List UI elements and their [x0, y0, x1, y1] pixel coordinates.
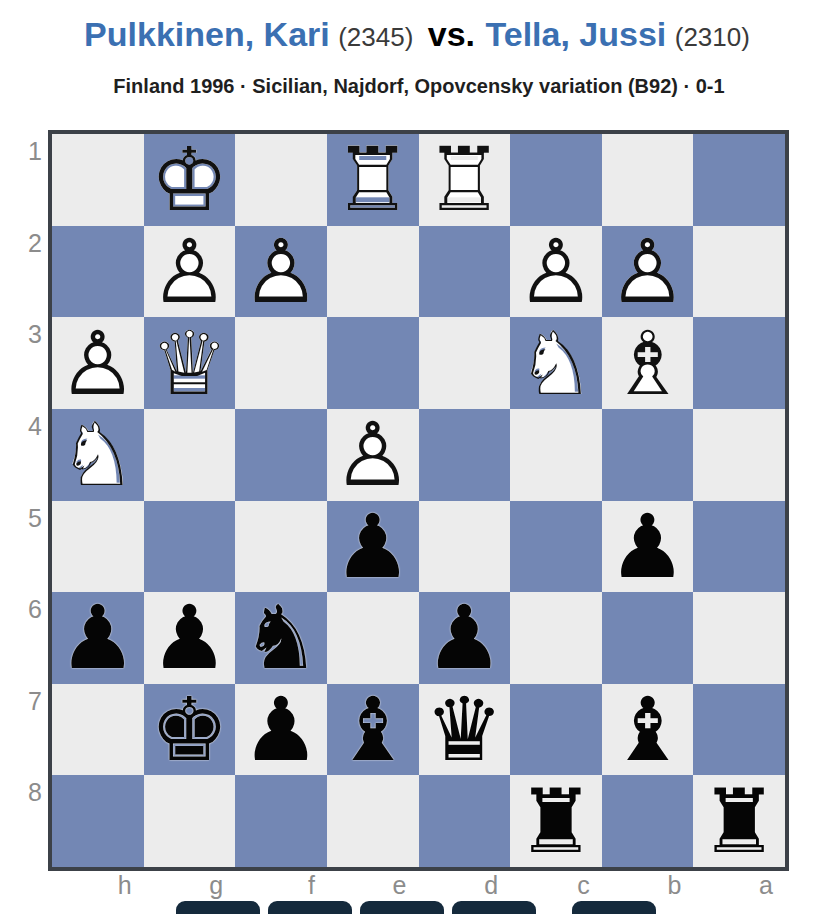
- rank-labels: 12345678: [0, 134, 42, 867]
- square-e5: ♟: [327, 501, 419, 593]
- rank-label-2: 2: [0, 226, 42, 318]
- square-b1: [602, 134, 694, 226]
- white-pawn-h3-icon: ♟♙: [52, 317, 144, 409]
- file-label-g: g: [144, 872, 236, 900]
- square-f1: [235, 134, 327, 226]
- white-pawn-c2-icon: ♟♙: [510, 226, 602, 318]
- black-pawn-b5-icon: ♟: [602, 501, 694, 593]
- rank-label-3: 3: [0, 317, 42, 409]
- square-c2: ♟♙: [510, 226, 602, 318]
- square-g7: ♚: [144, 684, 236, 776]
- nav-button-2[interactable]: [268, 901, 352, 914]
- file-label-f: f: [235, 872, 327, 900]
- square-e8: [327, 775, 419, 867]
- file-labels: hgfedcba: [52, 872, 785, 900]
- white-rook-e1-icon: ♜♖: [327, 134, 419, 226]
- white-pawn-f2-icon: ♟♙: [235, 226, 327, 318]
- square-h1: [52, 134, 144, 226]
- square-h3: ♟♙: [52, 317, 144, 409]
- rank-label-8: 8: [0, 775, 42, 867]
- square-b3: ♝♗: [602, 317, 694, 409]
- black-rook-a8-icon: ♜: [693, 775, 785, 867]
- square-d8: [419, 775, 511, 867]
- white-bishop-b3-icon: ♝♗: [602, 317, 694, 409]
- square-a4: [693, 409, 785, 501]
- square-h6: ♟: [52, 592, 144, 684]
- square-d5: [419, 501, 511, 593]
- game-subtitle: Finland 1996 · Sicilian, Najdorf, Opovce…: [0, 72, 838, 100]
- white-pawn-e4-icon: ♟♙: [327, 409, 419, 501]
- black-player-rating: (2310): [675, 22, 750, 52]
- rank-label-6: 6: [0, 592, 42, 684]
- rank-label-7: 7: [0, 684, 42, 776]
- black-knight-f6-icon: ♞: [235, 592, 327, 684]
- square-e1: ♜♖: [327, 134, 419, 226]
- square-d7: ♛: [419, 684, 511, 776]
- square-g6: ♟: [144, 592, 236, 684]
- black-king-g7-icon: ♚: [144, 684, 236, 776]
- black-bishop-b7-icon: ♝: [602, 684, 694, 776]
- square-f2: ♟♙: [235, 226, 327, 318]
- file-label-c: c: [510, 872, 602, 900]
- square-b2: ♟♙: [602, 226, 694, 318]
- white-queen-g3-icon: ♛♕: [144, 317, 236, 409]
- square-f5: [235, 501, 327, 593]
- square-f7: ♟: [235, 684, 327, 776]
- white-king-g1-icon: ♚♔: [144, 134, 236, 226]
- square-c7: [510, 684, 602, 776]
- square-g1: ♚♔: [144, 134, 236, 226]
- square-e3: [327, 317, 419, 409]
- black-player-name: Tella, Jussi: [486, 15, 667, 53]
- square-f8: [235, 775, 327, 867]
- square-h7: [52, 684, 144, 776]
- square-h4: ♞♘: [52, 409, 144, 501]
- square-a5: [693, 501, 785, 593]
- square-a3: [693, 317, 785, 409]
- vs-label: vs.: [428, 15, 475, 53]
- square-e7: ♝: [327, 684, 419, 776]
- square-e6: [327, 592, 419, 684]
- white-player-rating: (2345): [338, 22, 413, 52]
- square-h2: [52, 226, 144, 318]
- square-b5: ♟: [602, 501, 694, 593]
- rank-label-4: 4: [0, 409, 42, 501]
- square-b6: [602, 592, 694, 684]
- file-label-d: d: [419, 872, 511, 900]
- rank-label-1: 1: [0, 134, 42, 226]
- chess-board: ♚♔♜♖♜♖♟♙♟♙♟♙♟♙♟♙♛♕♞♘♝♗♞♘♟♙♟♟♟♟♞♟♚♟♝♛♝♜♜: [48, 130, 789, 871]
- nav-button-1[interactable]: [176, 901, 260, 914]
- square-c8: ♜: [510, 775, 602, 867]
- black-pawn-f7-icon: ♟: [235, 684, 327, 776]
- square-g5: [144, 501, 236, 593]
- square-b8: [602, 775, 694, 867]
- black-bishop-e7-icon: ♝: [327, 684, 419, 776]
- file-label-a: a: [693, 872, 785, 900]
- square-a1: [693, 134, 785, 226]
- black-pawn-d6-icon: ♟: [419, 592, 511, 684]
- square-a2: [693, 226, 785, 318]
- square-c3: ♞♘: [510, 317, 602, 409]
- file-label-e: e: [327, 872, 419, 900]
- file-label-h: h: [52, 872, 144, 900]
- square-h8: [52, 775, 144, 867]
- square-d4: [419, 409, 511, 501]
- nav-button-5[interactable]: [572, 901, 656, 914]
- square-g3: ♛♕: [144, 317, 236, 409]
- white-pawn-b2-icon: ♟♙: [602, 226, 694, 318]
- square-g4: [144, 409, 236, 501]
- black-queen-d7-icon: ♛: [419, 684, 511, 776]
- square-b4: [602, 409, 694, 501]
- square-c1: [510, 134, 602, 226]
- square-c6: [510, 592, 602, 684]
- square-c5: [510, 501, 602, 593]
- white-pawn-g2-icon: ♟♙: [144, 226, 236, 318]
- square-h5: [52, 501, 144, 593]
- square-g2: ♟♙: [144, 226, 236, 318]
- square-g8: [144, 775, 236, 867]
- square-d1: ♜♖: [419, 134, 511, 226]
- square-d6: ♟: [419, 592, 511, 684]
- square-d2: [419, 226, 511, 318]
- rank-label-5: 5: [0, 501, 42, 593]
- square-f6: ♞: [235, 592, 327, 684]
- nav-button-3[interactable]: [360, 901, 444, 914]
- black-rook-c8-icon: ♜: [510, 775, 602, 867]
- white-player-name: Pulkkinen, Kari: [84, 15, 330, 53]
- square-b7: ♝: [602, 684, 694, 776]
- black-pawn-h6-icon: ♟: [52, 592, 144, 684]
- square-f3: [235, 317, 327, 409]
- square-d3: [419, 317, 511, 409]
- square-c4: [510, 409, 602, 501]
- square-e2: [327, 226, 419, 318]
- white-rook-d1-icon: ♜♖: [419, 134, 511, 226]
- square-a7: [693, 684, 785, 776]
- white-knight-c3-icon: ♞♘: [510, 317, 602, 409]
- square-a8: ♜: [693, 775, 785, 867]
- square-e4: ♟♙: [327, 409, 419, 501]
- square-f4: [235, 409, 327, 501]
- black-pawn-g6-icon: ♟: [144, 592, 236, 684]
- file-label-b: b: [602, 872, 694, 900]
- white-knight-h4-icon: ♞♘: [52, 409, 144, 501]
- page-title: Pulkkinen, Kari (2345) vs. Tella, Jussi …: [0, 12, 838, 63]
- nav-button-4[interactable]: [452, 901, 536, 914]
- black-pawn-e5-icon: ♟: [327, 501, 419, 593]
- square-a6: [693, 592, 785, 684]
